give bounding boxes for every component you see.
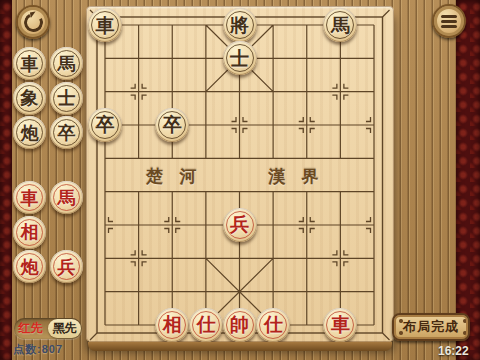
empty-tray-slot	[50, 216, 83, 249]
menu-button[interactable]	[432, 4, 466, 38]
board-piece-black[interactable]: 車	[88, 8, 122, 42]
river-label-han-jie: 漢 界	[258, 165, 334, 188]
hamburger-menu-icon	[441, 20, 457, 23]
piece-glyph: 車	[96, 16, 115, 35]
piece-glyph: 車	[21, 189, 39, 207]
tray-piece-black[interactable]: 卒	[50, 116, 83, 149]
first-move-toggle[interactable]: 红先 黑先	[14, 318, 82, 339]
tray-row: 車馬	[12, 181, 88, 214]
piece-glyph: 帥	[230, 315, 249, 334]
river-label-chu-he: 楚 河	[136, 165, 212, 188]
tray-row: 車馬	[12, 47, 88, 80]
tray-row: 象士	[12, 82, 88, 115]
board-piece-black[interactable]: 卒	[88, 108, 122, 142]
tray-piece-black[interactable]: 象	[13, 82, 46, 115]
piece-glyph: 象	[21, 89, 39, 107]
undo-button[interactable]	[16, 5, 50, 39]
piece-glyph: 士	[58, 89, 76, 107]
board-piece-black[interactable]: 將	[223, 8, 257, 42]
tray-piece-red[interactable]: 車	[13, 181, 46, 214]
board-piece-red[interactable]: 仕	[256, 308, 290, 342]
piece-glyph: 車	[331, 315, 350, 334]
piece-glyph: 士	[230, 49, 249, 68]
piece-glyph: 馬	[331, 16, 350, 35]
board-piece-red[interactable]: 仕	[189, 308, 223, 342]
piece-glyph: 卒	[163, 115, 182, 134]
board-piece-red[interactable]: 帥	[223, 308, 257, 342]
piece-glyph: 相	[163, 315, 182, 334]
board-piece-black[interactable]: 士	[223, 41, 257, 75]
score-label: 点数	[13, 343, 37, 355]
tray-piece-red[interactable]: 相	[13, 216, 46, 249]
piece-glyph: 卒	[96, 115, 115, 134]
piece-glyph: 卒	[58, 124, 76, 142]
captured-red-pieces-tray: 車馬相炮兵	[12, 181, 88, 283]
toggle-option-black-first[interactable]: 黑先	[48, 319, 81, 338]
tray-row: 相	[12, 216, 88, 249]
board-piece-black[interactable]: 卒	[155, 108, 189, 142]
score-value: 807	[42, 343, 63, 355]
tray-piece-black[interactable]: 炮	[13, 116, 46, 149]
piece-glyph: 仕	[264, 315, 283, 334]
board-piece-red[interactable]: 相	[155, 308, 189, 342]
piece-glyph: 兵	[58, 258, 76, 276]
piece-glyph: 馬	[58, 55, 76, 73]
tray-piece-red[interactable]: 馬	[50, 181, 83, 214]
clock-time: 16:22	[438, 344, 469, 358]
undo-arrow-icon	[21, 10, 45, 34]
tray-row: 炮兵	[12, 250, 88, 283]
piece-glyph: 車	[21, 55, 39, 73]
piece-glyph: 將	[230, 16, 249, 35]
piece-glyph: 兵	[230, 215, 249, 234]
decorative-left-border	[0, 0, 12, 360]
piece-glyph: 相	[21, 223, 39, 241]
decorative-right-border	[456, 0, 480, 360]
xiangqi-board[interactable]: 楚 河 漢 界 車將馬士卒卒兵相仕帥仕車	[86, 6, 394, 342]
score-display: 点数:807	[13, 342, 63, 357]
finish-layout-button[interactable]: 布局完成	[392, 313, 470, 341]
tray-row: 炮卒	[12, 116, 88, 149]
captured-black-pieces-tray: 車馬象士炮卒	[12, 47, 88, 149]
tray-piece-black[interactable]: 車	[13, 47, 46, 80]
tray-piece-black[interactable]: 馬	[50, 47, 83, 80]
board-piece-red[interactable]: 車	[323, 308, 357, 342]
tray-piece-black[interactable]: 士	[50, 82, 83, 115]
piece-glyph: 炮	[21, 258, 39, 276]
tray-piece-red[interactable]: 兵	[50, 250, 83, 283]
board-pieces-layer: 車將馬士卒卒兵相仕帥仕車	[86, 6, 394, 342]
tray-piece-red[interactable]: 炮	[13, 250, 46, 283]
toggle-option-red-first[interactable]: 红先	[14, 318, 47, 339]
piece-glyph: 仕	[196, 315, 215, 334]
board-piece-red[interactable]: 兵	[223, 208, 257, 242]
board-piece-black[interactable]: 馬	[323, 8, 357, 42]
piece-glyph: 馬	[58, 189, 76, 207]
piece-glyph: 炮	[21, 124, 39, 142]
